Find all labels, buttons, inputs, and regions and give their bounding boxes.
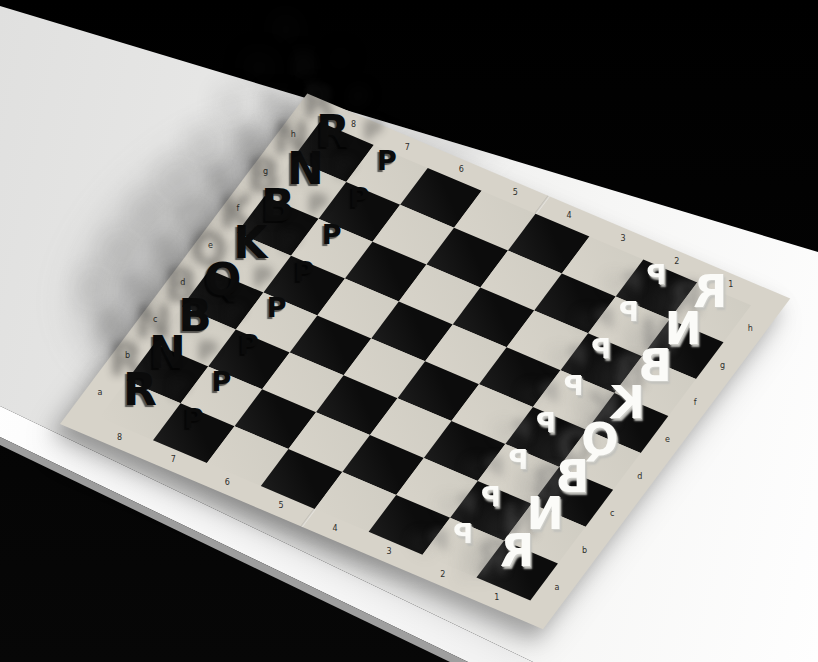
file-label-bottom-h: h (745, 324, 755, 334)
rank-label-right-4: 4 (564, 211, 574, 221)
file-label-bottom-c: c (607, 509, 617, 519)
piece-letter: R (123, 358, 157, 422)
rank-label-right-3: 3 (618, 234, 628, 244)
file-label-bottom-e: e (662, 435, 672, 445)
file-label-top-a: a (95, 388, 105, 398)
rank-label-left-6: 6 (222, 478, 232, 488)
rank-label-left-2: 2 (438, 570, 448, 580)
rank-label-right-5: 5 (510, 188, 520, 198)
piece-letter: P (184, 391, 204, 447)
rank-label-right-6: 6 (456, 165, 466, 175)
rank-label-left-5: 5 (276, 501, 286, 511)
white-rook-a1[interactable]: R (487, 519, 547, 583)
file-label-bottom-b: b (580, 546, 590, 556)
black-rook-a8[interactable]: R (110, 358, 170, 422)
file-label-bottom-a: a (552, 583, 562, 593)
rank-label-left-3: 3 (384, 547, 394, 557)
file-label-bottom-g: g (718, 361, 728, 371)
file-label-bottom-f: f (690, 398, 700, 408)
scene: RNBQKBNRPPPPPPPPPPPPPPPPRNBQKBNR 8877665… (0, 0, 818, 662)
rank-label-left-4: 4 (330, 524, 340, 534)
piece-letter: P (453, 506, 473, 562)
rank-label-left-1: 1 (492, 593, 502, 603)
rank-label-left-8: 8 (114, 433, 124, 443)
rank-label-left-7: 7 (168, 455, 178, 465)
black-pawn-a7[interactable]: P (164, 391, 224, 447)
white-pawn-a2[interactable]: P (433, 506, 493, 562)
square-a1[interactable]: R (476, 541, 557, 601)
file-label-bottom-d: d (635, 472, 645, 482)
piece-letter: R (500, 519, 534, 583)
